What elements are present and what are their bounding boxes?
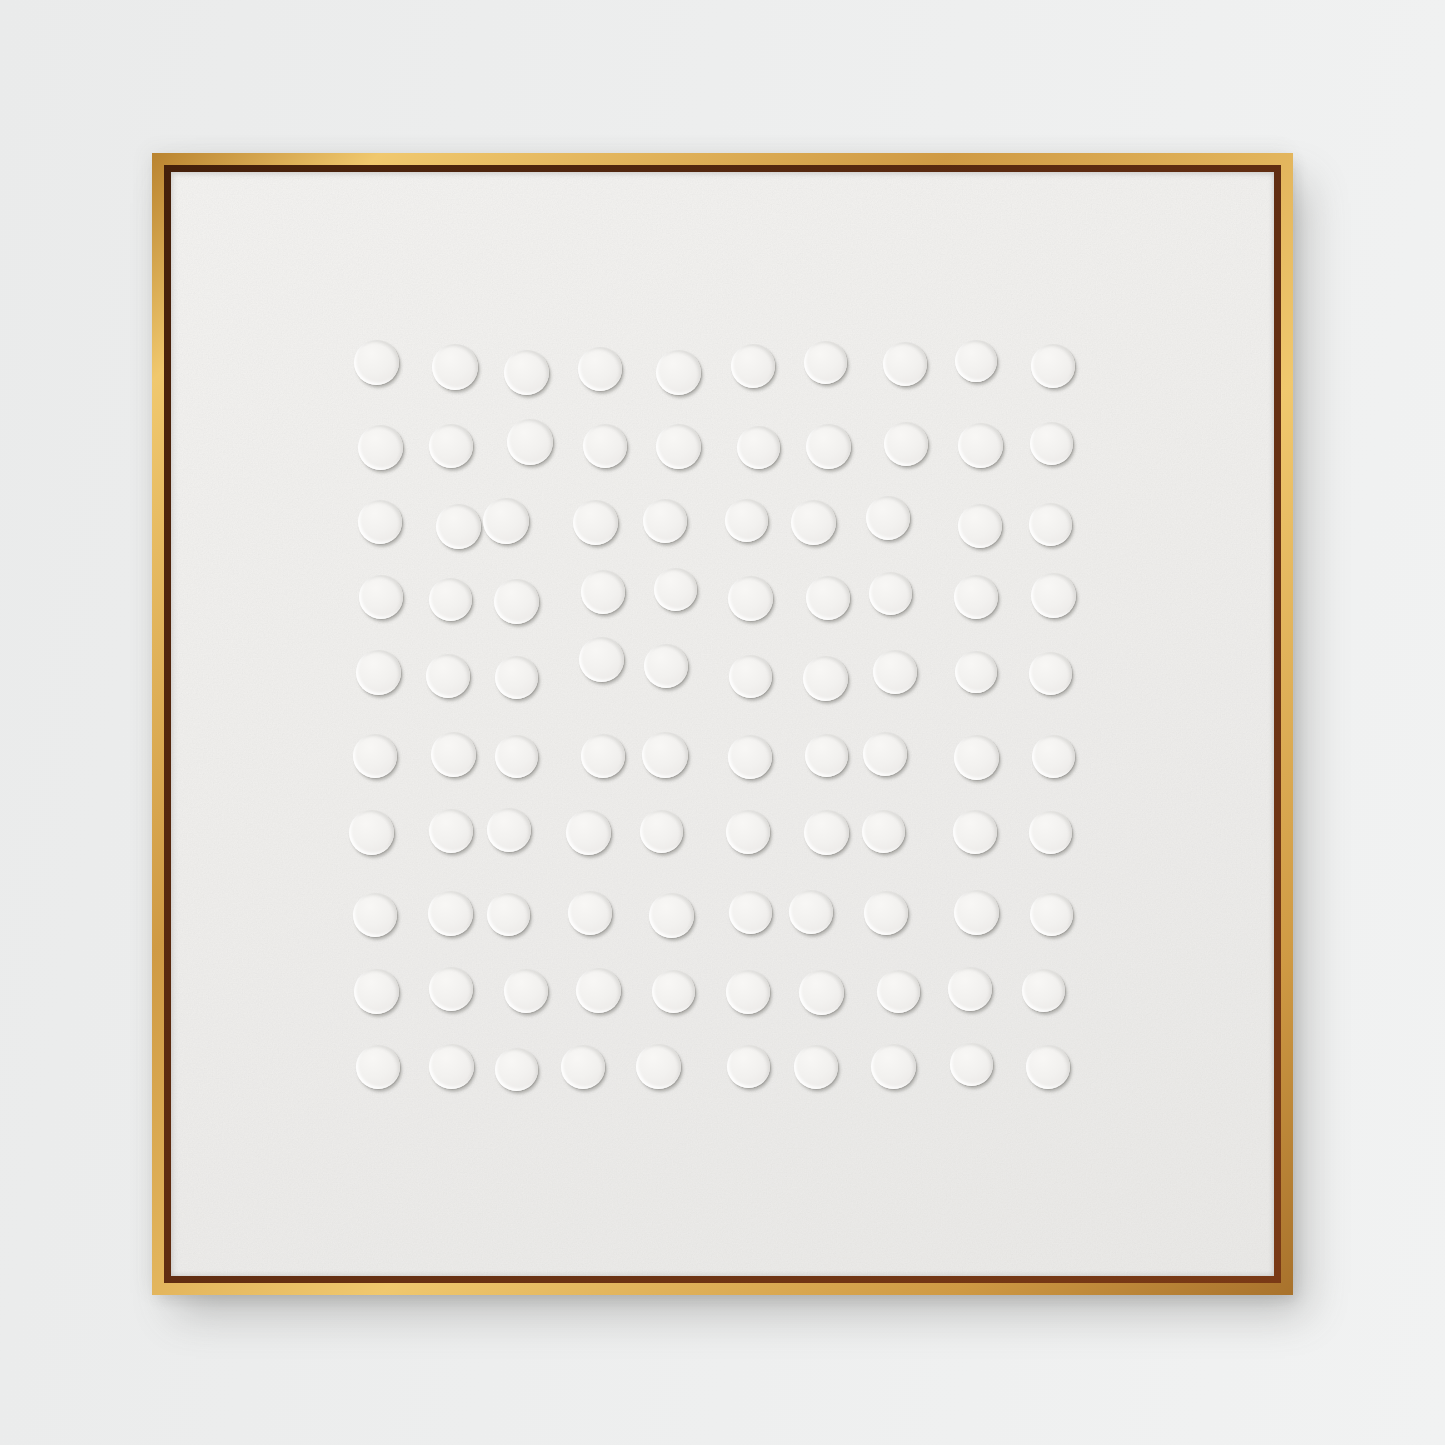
- embossed-dot: [789, 890, 833, 934]
- embossed-dot: [950, 1043, 993, 1086]
- embossed-dot: [356, 650, 401, 695]
- embossed-dot: [1026, 1045, 1070, 1089]
- embossed-dot: [869, 572, 912, 615]
- embossed-dot: [429, 967, 473, 1011]
- embossed-dot: [354, 340, 399, 385]
- embossed-dot: [725, 499, 768, 542]
- embossed-dot: [644, 644, 688, 688]
- embossed-dot: [877, 970, 920, 1013]
- embossed-dot: [504, 969, 548, 1013]
- embossed-dot: [654, 568, 697, 611]
- embossed-dot: [507, 419, 553, 465]
- embossed-dot: [954, 890, 999, 935]
- embossed-dot: [504, 350, 549, 395]
- embossed-dot: [428, 891, 473, 936]
- embossed-dot: [726, 970, 770, 1014]
- embossed-dot: [495, 656, 538, 699]
- embossed-dot: [803, 656, 848, 701]
- embossed-dot: [578, 347, 622, 391]
- embossed-dot: [862, 810, 905, 853]
- embossed-dot: [643, 499, 687, 543]
- embossed-dot: [583, 424, 627, 468]
- embossed-dot: [799, 970, 844, 1015]
- embossed-dot: [656, 424, 701, 469]
- embossed-dot: [1031, 344, 1075, 388]
- embossed-dot: [1031, 573, 1076, 618]
- embossed-dot: [791, 500, 836, 545]
- embossed-dot: [429, 424, 473, 468]
- art-canvas: [171, 172, 1274, 1276]
- embossed-dot: [349, 810, 394, 855]
- embossed-dot: [426, 654, 470, 698]
- embossed-dot: [581, 734, 625, 778]
- frame-floater-gap: [164, 165, 1281, 1283]
- embossed-dot: [873, 650, 917, 694]
- embossed-dot: [495, 1048, 538, 1091]
- embossed-dot: [356, 1045, 400, 1089]
- embossed-dot: [436, 504, 481, 549]
- embossed-dot: [954, 735, 999, 780]
- embossed-dot: [579, 637, 624, 682]
- embossed-dot: [494, 579, 539, 624]
- embossed-dot: [955, 340, 997, 382]
- embossed-dot: [731, 344, 775, 388]
- embossed-dot: [487, 808, 531, 852]
- embossed-dot: [804, 341, 847, 384]
- embossed-dot: [884, 422, 928, 466]
- embossed-dot: [576, 968, 621, 1013]
- embossed-dot: [354, 969, 399, 1014]
- embossed-dot: [353, 734, 397, 778]
- embossed-dot: [883, 342, 927, 386]
- embossed-dot: [948, 967, 992, 1011]
- embossed-dot: [573, 500, 618, 545]
- embossed-dot: [358, 500, 402, 544]
- embossed-dot: [863, 732, 907, 776]
- embossed-dot: [495, 735, 538, 778]
- embossed-dot: [359, 575, 403, 619]
- embossed-dot: [806, 424, 851, 469]
- embossed-dot: [728, 576, 773, 621]
- embossed-dot: [561, 1045, 605, 1089]
- embossed-dot: [806, 576, 850, 620]
- product-photo: [0, 0, 1445, 1445]
- embossed-dot: [729, 655, 772, 698]
- embossed-dot: [429, 1044, 474, 1089]
- embossed-dot: [649, 893, 694, 938]
- embossed-dot: [1029, 811, 1072, 854]
- picture-frame: [152, 153, 1293, 1295]
- embossed-dot: [652, 970, 695, 1013]
- embossed-dot: [794, 1045, 838, 1089]
- embossed-dot: [1029, 652, 1072, 695]
- embossed-dot: [727, 1045, 770, 1088]
- embossed-dot: [566, 810, 611, 855]
- embossed-dot: [728, 735, 772, 779]
- embossed-dot: [729, 891, 772, 934]
- embossed-dot: [958, 504, 1002, 548]
- embossed-dot: [1030, 422, 1073, 465]
- embossed-dot: [483, 498, 529, 544]
- embossed-dot: [432, 344, 478, 390]
- embossed-dot: [1030, 893, 1073, 936]
- embossed-dot: [1022, 969, 1065, 1012]
- embossed-dot: [958, 423, 1003, 468]
- embossed-dot: [642, 732, 688, 778]
- embossed-dot: [864, 891, 908, 935]
- embossed-dot: [737, 426, 780, 469]
- embossed-dot: [353, 893, 397, 937]
- embossed-dot: [1032, 735, 1075, 778]
- embossed-dot: [429, 578, 472, 621]
- embossed-dot: [955, 651, 997, 693]
- embossed-dot: [954, 575, 998, 619]
- embossed-dot: [431, 732, 476, 777]
- embossed-dot: [656, 350, 701, 395]
- embossed-dot: [953, 810, 997, 854]
- embossed-dot: [871, 1044, 916, 1089]
- dot-grid: [171, 172, 1274, 1276]
- embossed-dot: [429, 809, 473, 853]
- embossed-dot: [568, 891, 612, 935]
- embossed-dot: [487, 893, 530, 936]
- embossed-dot: [1029, 503, 1072, 546]
- embossed-dot: [804, 810, 849, 855]
- embossed-dot: [358, 425, 403, 470]
- embossed-dot: [636, 1044, 681, 1089]
- embossed-dot: [866, 496, 910, 540]
- embossed-dot: [640, 810, 683, 853]
- embossed-dot: [805, 734, 848, 777]
- embossed-dot: [581, 570, 625, 614]
- embossed-dot: [726, 810, 770, 854]
